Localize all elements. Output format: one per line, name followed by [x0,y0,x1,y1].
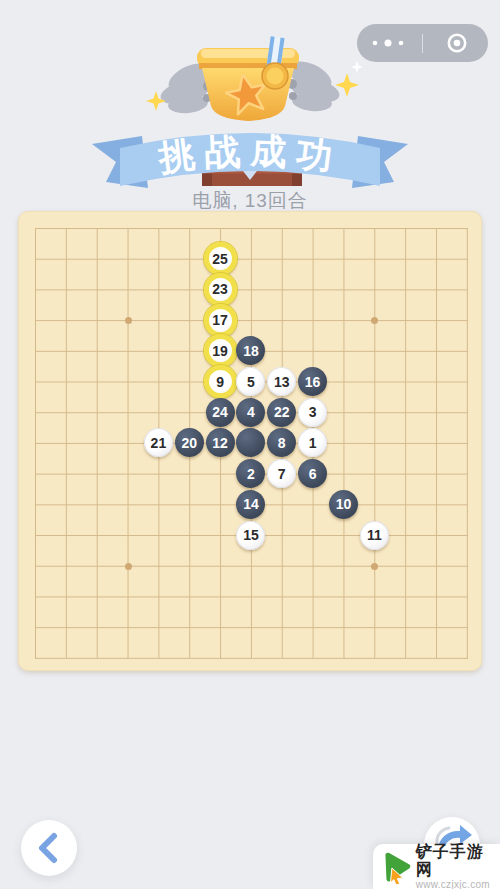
stone-15: 15 [236,521,265,550]
stone-6: 6 [298,459,327,488]
stone-opening [236,428,265,457]
stone-10: 10 [329,490,358,519]
result-banner: 挑战成功 [88,112,412,198]
stone-11: 11 [360,521,389,550]
watermark-site-url: www.czjxjc.com [416,879,500,889]
stone-9: 9 [204,365,237,398]
stone-4: 4 [236,398,265,427]
stone-7: 7 [267,459,296,488]
stone-3: 3 [298,398,327,427]
stone-25: 25 [204,242,237,275]
stone-1: 1 [298,428,327,457]
stone-8: 8 [267,428,296,457]
stone-5: 5 [236,367,265,396]
stone-18: 18 [236,336,265,365]
stone-24: 24 [206,398,235,427]
stone-17: 17 [204,304,237,337]
stone-20: 20 [175,428,204,457]
stone-22: 22 [267,398,296,427]
site-watermark: 铲子手游网 www.czjxjc.com [373,844,500,889]
back-button[interactable] [21,820,77,876]
stones-layer: 2523171918951316244223212012812761410151… [20,213,483,674]
stone-2: 2 [236,459,265,488]
stone-13: 13 [267,367,296,396]
stone-12: 12 [206,428,235,457]
stone-19: 19 [204,334,237,367]
site-logo-icon [380,849,412,885]
gomoku-board: 2523171918951316244223212012812761410151… [18,211,482,671]
target-circle-icon [444,30,470,56]
stone-23: 23 [204,273,237,306]
stone-16: 16 [298,367,327,396]
wechat-capsule [357,24,488,62]
watermark-site-name: 铲子手游网 [416,843,500,879]
close-button[interactable] [429,24,485,62]
capsule-divider [422,34,423,53]
stone-14: 14 [236,490,265,519]
chevron-left-icon [21,820,77,876]
sparkle-icon [351,61,363,73]
result-screen: 挑战成功 电脑, 13回合 25231719189513162442232120… [0,0,500,889]
more-dots-icon [366,24,410,62]
stone-21: 21 [144,428,173,457]
